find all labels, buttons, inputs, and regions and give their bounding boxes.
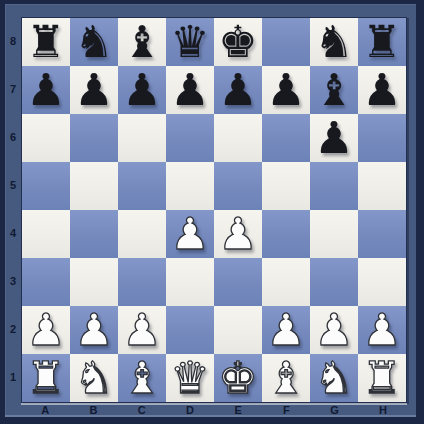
square-e7[interactable]: ♟ [214, 66, 262, 114]
square-e8[interactable]: ♚ [214, 18, 262, 66]
square-f1[interactable]: ♝ [262, 354, 310, 402]
square-f8[interactable] [262, 18, 310, 66]
piece-black-pawn[interactable]: ♟ [262, 66, 310, 114]
square-d1[interactable]: ♛ [166, 354, 214, 402]
piece-black-knight[interactable]: ♞ [310, 18, 358, 66]
square-f4[interactable] [262, 210, 310, 258]
piece-white-pawn[interactable]: ♟ [166, 210, 214, 258]
square-d6[interactable] [166, 114, 214, 162]
piece-black-pawn[interactable]: ♟ [166, 66, 214, 114]
rank-label-1: 1 [5, 353, 21, 401]
square-e5[interactable] [214, 162, 262, 210]
rank-label-8: 8 [5, 17, 21, 65]
rank-label-5: 5 [5, 161, 21, 209]
square-f5[interactable] [262, 162, 310, 210]
square-b8[interactable]: ♞ [70, 18, 118, 66]
rank-labels: 87654321 [5, 17, 21, 401]
piece-black-knight[interactable]: ♞ [70, 18, 118, 66]
square-b2[interactable]: ♟ [70, 306, 118, 354]
piece-black-rook[interactable]: ♜ [22, 18, 70, 66]
file-label-f: F [262, 403, 310, 417]
square-e2[interactable] [214, 306, 262, 354]
file-label-b: B [69, 403, 117, 417]
file-label-c: C [118, 403, 166, 417]
piece-white-pawn[interactable]: ♟ [70, 306, 118, 354]
rank-label-2: 2 [5, 305, 21, 353]
square-a2[interactable]: ♟ [22, 306, 70, 354]
piece-black-pawn[interactable]: ♟ [358, 66, 406, 114]
square-h7[interactable]: ♟ [358, 66, 406, 114]
rank-label-6: 6 [5, 113, 21, 161]
square-d5[interactable] [166, 162, 214, 210]
square-h5[interactable] [358, 162, 406, 210]
piece-black-pawn[interactable]: ♟ [22, 66, 70, 114]
piece-white-pawn[interactable]: ♟ [118, 306, 166, 354]
piece-white-pawn[interactable]: ♟ [262, 306, 310, 354]
square-h4[interactable] [358, 210, 406, 258]
square-f7[interactable]: ♟ [262, 66, 310, 114]
piece-white-pawn[interactable]: ♟ [214, 210, 262, 258]
square-f6[interactable] [262, 114, 310, 162]
piece-white-bishop[interactable]: ♝ [262, 354, 310, 402]
file-label-d: D [166, 403, 214, 417]
file-label-a: A [21, 403, 69, 417]
piece-white-pawn[interactable]: ♟ [310, 306, 358, 354]
piece-black-pawn[interactable]: ♟ [118, 66, 166, 114]
square-g2[interactable]: ♟ [310, 306, 358, 354]
square-c6[interactable] [118, 114, 166, 162]
piece-white-pawn[interactable]: ♟ [22, 306, 70, 354]
piece-white-king[interactable]: ♚ [214, 354, 262, 402]
square-g4[interactable] [310, 210, 358, 258]
piece-black-bishop[interactable]: ♝ [118, 18, 166, 66]
piece-white-pawn[interactable]: ♟ [358, 306, 406, 354]
file-label-g: G [311, 403, 359, 417]
chess-board: ♜♞♝♛♚♞♜♟♟♟♟♟♟♝♟♟♟♟♟♟♟♟♟♟♜♞♝♛♚♝♞♜ [21, 17, 407, 403]
square-e6[interactable] [214, 114, 262, 162]
piece-white-bishop[interactable]: ♝ [118, 354, 166, 402]
square-d8[interactable]: ♛ [166, 18, 214, 66]
square-b6[interactable] [70, 114, 118, 162]
piece-black-pawn[interactable]: ♟ [310, 114, 358, 162]
piece-black-bishop[interactable]: ♝ [310, 66, 358, 114]
square-b5[interactable] [70, 162, 118, 210]
piece-white-rook[interactable]: ♜ [358, 354, 406, 402]
file-label-h: H [359, 403, 407, 417]
square-b4[interactable] [70, 210, 118, 258]
square-a1[interactable]: ♜ [22, 354, 70, 402]
square-g7[interactable]: ♝ [310, 66, 358, 114]
piece-white-queen[interactable]: ♛ [166, 354, 214, 402]
file-labels: ABCDEFGH [21, 403, 407, 417]
square-d7[interactable]: ♟ [166, 66, 214, 114]
square-b7[interactable]: ♟ [70, 66, 118, 114]
square-c8[interactable]: ♝ [118, 18, 166, 66]
square-c3[interactable] [118, 258, 166, 306]
piece-black-pawn[interactable]: ♟ [70, 66, 118, 114]
piece-white-rook[interactable]: ♜ [22, 354, 70, 402]
square-d4[interactable]: ♟ [166, 210, 214, 258]
square-a5[interactable] [22, 162, 70, 210]
square-h3[interactable] [358, 258, 406, 306]
piece-black-rook[interactable]: ♜ [358, 18, 406, 66]
square-e3[interactable] [214, 258, 262, 306]
piece-black-pawn[interactable]: ♟ [214, 66, 262, 114]
square-e4[interactable]: ♟ [214, 210, 262, 258]
square-c4[interactable] [118, 210, 166, 258]
square-e1[interactable]: ♚ [214, 354, 262, 402]
chess-board-frame: 87654321 ♜♞♝♛♚♞♜♟♟♟♟♟♟♝♟♟♟♟♟♟♟♟♟♟♜♞♝♛♚♝♞… [0, 0, 424, 424]
square-d2[interactable] [166, 306, 214, 354]
square-d3[interactable] [166, 258, 214, 306]
square-c7[interactable]: ♟ [118, 66, 166, 114]
file-label-e: E [214, 403, 262, 417]
rank-label-3: 3 [5, 257, 21, 305]
square-c5[interactable] [118, 162, 166, 210]
square-g1[interactable]: ♞ [310, 354, 358, 402]
square-g5[interactable] [310, 162, 358, 210]
square-b3[interactable] [70, 258, 118, 306]
piece-white-knight[interactable]: ♞ [70, 354, 118, 402]
piece-black-king[interactable]: ♚ [214, 18, 262, 66]
square-a8[interactable]: ♜ [22, 18, 70, 66]
square-c2[interactable]: ♟ [118, 306, 166, 354]
square-a4[interactable] [22, 210, 70, 258]
square-h8[interactable]: ♜ [358, 18, 406, 66]
square-h2[interactable]: ♟ [358, 306, 406, 354]
square-g6[interactable]: ♟ [310, 114, 358, 162]
square-c1[interactable]: ♝ [118, 354, 166, 402]
square-h6[interactable] [358, 114, 406, 162]
piece-black-queen[interactable]: ♛ [166, 18, 214, 66]
square-f2[interactable]: ♟ [262, 306, 310, 354]
square-a7[interactable]: ♟ [22, 66, 70, 114]
rank-label-7: 7 [5, 65, 21, 113]
piece-white-knight[interactable]: ♞ [310, 354, 358, 402]
square-h1[interactable]: ♜ [358, 354, 406, 402]
square-g3[interactable] [310, 258, 358, 306]
square-a6[interactable] [22, 114, 70, 162]
rank-label-4: 4 [5, 209, 21, 257]
square-g8[interactable]: ♞ [310, 18, 358, 66]
square-a3[interactable] [22, 258, 70, 306]
square-f3[interactable] [262, 258, 310, 306]
square-b1[interactable]: ♞ [70, 354, 118, 402]
